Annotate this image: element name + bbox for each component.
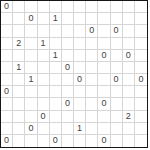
cell-r2c4[interactable] xyxy=(38,13,50,25)
slitherlink-board: 00100211001010000000201000 xyxy=(0,0,148,148)
cell-r3c2[interactable] xyxy=(13,25,25,37)
cell-r3c11[interactable] xyxy=(123,25,135,37)
clue-number: 1 xyxy=(53,14,58,23)
clue-number: 2 xyxy=(16,39,21,48)
cell-r7c7[interactable]: 0 xyxy=(74,74,86,86)
cell-r4c12[interactable] xyxy=(135,38,147,50)
clue-number: 0 xyxy=(4,2,9,11)
cell-r3c5[interactable] xyxy=(50,25,62,37)
cell-r10c5[interactable] xyxy=(50,111,62,123)
cell-r8c11[interactable] xyxy=(123,86,135,98)
cell-r3c8[interactable]: 0 xyxy=(86,25,98,37)
cell-r3c7[interactable] xyxy=(74,25,86,37)
cell-r9c6[interactable]: 0 xyxy=(62,98,74,110)
cell-r2c12[interactable] xyxy=(135,13,147,25)
cell-r11c1[interactable] xyxy=(1,123,13,135)
cell-r11c11[interactable] xyxy=(123,123,135,135)
cell-r8c7[interactable] xyxy=(74,86,86,98)
cell-r11c4[interactable] xyxy=(38,123,50,135)
cell-r10c4[interactable]: 0 xyxy=(38,111,50,123)
cell-r7c3[interactable]: 1 xyxy=(25,74,37,86)
cell-r1c11[interactable] xyxy=(123,1,135,13)
cell-r7c9[interactable] xyxy=(98,74,110,86)
cell-r12c10[interactable] xyxy=(111,135,123,147)
cell-r12c5[interactable]: 0 xyxy=(50,135,62,147)
cell-r1c8[interactable] xyxy=(86,1,98,13)
clue-number: 0 xyxy=(138,75,143,84)
cell-r6c8[interactable] xyxy=(86,62,98,74)
cell-r7c4[interactable] xyxy=(38,74,50,86)
clue-number: 0 xyxy=(114,26,119,35)
cell-r11c9[interactable] xyxy=(98,123,110,135)
cell-r1c7[interactable] xyxy=(74,1,86,13)
cell-r9c11[interactable] xyxy=(123,98,135,110)
cell-r10c10[interactable] xyxy=(111,111,123,123)
cell-r4c8[interactable] xyxy=(86,38,98,50)
cell-r11c12[interactable] xyxy=(135,123,147,135)
cell-r2c1[interactable] xyxy=(1,13,13,25)
cell-r4c2[interactable]: 2 xyxy=(13,38,25,50)
cell-r9c12[interactable] xyxy=(135,98,147,110)
cell-r4c11[interactable] xyxy=(123,38,135,50)
cell-r4c1[interactable] xyxy=(1,38,13,50)
cell-r8c6[interactable] xyxy=(62,86,74,98)
cell-r8c3[interactable] xyxy=(25,86,37,98)
cell-r3c9[interactable] xyxy=(98,25,110,37)
cell-r8c2[interactable] xyxy=(13,86,25,98)
cell-r7c11[interactable] xyxy=(123,74,135,86)
clue-number: 1 xyxy=(77,124,82,133)
cell-r3c6[interactable] xyxy=(62,25,74,37)
cell-r2c10[interactable] xyxy=(111,13,123,25)
clue-number: 1 xyxy=(41,39,46,48)
cell-r6c5[interactable] xyxy=(50,62,62,74)
cell-r5c10[interactable] xyxy=(111,50,123,62)
cell-r12c12[interactable] xyxy=(135,135,147,147)
clue-number: 2 xyxy=(126,112,131,121)
cell-r5c7[interactable] xyxy=(74,50,86,62)
cell-r3c12[interactable] xyxy=(135,25,147,37)
cell-r7c8[interactable] xyxy=(86,74,98,86)
cell-r6c9[interactable] xyxy=(98,62,110,74)
cell-r9c7[interactable] xyxy=(74,98,86,110)
cell-r11c6[interactable] xyxy=(62,123,74,135)
cell-r8c1[interactable]: 0 xyxy=(1,86,13,98)
clue-number: 0 xyxy=(28,124,33,133)
cell-r7c6[interactable] xyxy=(62,74,74,86)
cell-r4c10[interactable] xyxy=(111,38,123,50)
cell-r9c1[interactable] xyxy=(1,98,13,110)
clue-number: 0 xyxy=(89,26,94,35)
cell-r6c4[interactable] xyxy=(38,62,50,74)
cell-r5c2[interactable] xyxy=(13,50,25,62)
cell-r5c9[interactable]: 0 xyxy=(98,50,110,62)
cell-r4c4[interactable]: 1 xyxy=(38,38,50,50)
cell-r10c8[interactable] xyxy=(86,111,98,123)
cell-r9c2[interactable] xyxy=(13,98,25,110)
cell-r4c6[interactable] xyxy=(62,38,74,50)
cell-r4c5[interactable] xyxy=(50,38,62,50)
clue-number: 0 xyxy=(101,136,106,145)
cell-r7c10[interactable]: 0 xyxy=(111,74,123,86)
cell-r2c9[interactable] xyxy=(98,13,110,25)
cell-r6c3[interactable] xyxy=(25,62,37,74)
cell-r6c12[interactable] xyxy=(135,62,147,74)
cell-r6c6[interactable]: 0 xyxy=(62,62,74,74)
cell-r7c5[interactable] xyxy=(50,74,62,86)
cell-r12c7[interactable] xyxy=(74,135,86,147)
cell-r8c4[interactable] xyxy=(38,86,50,98)
cell-r10c12[interactable] xyxy=(135,111,147,123)
cell-r8c5[interactable] xyxy=(50,86,62,98)
cell-r3c3[interactable] xyxy=(25,25,37,37)
cell-r2c5[interactable]: 1 xyxy=(50,13,62,25)
cell-r5c1[interactable] xyxy=(1,50,13,62)
cell-r5c11[interactable]: 0 xyxy=(123,50,135,62)
cell-r12c11[interactable] xyxy=(123,135,135,147)
cell-r5c3[interactable] xyxy=(25,50,37,62)
clue-number: 0 xyxy=(114,75,119,84)
cell-r1c1[interactable]: 0 xyxy=(1,1,13,13)
cell-r8c8[interactable] xyxy=(86,86,98,98)
cell-r4c7[interactable] xyxy=(74,38,86,50)
clue-number: 0 xyxy=(77,75,82,84)
cell-r5c6[interactable] xyxy=(62,50,74,62)
cell-r12c1[interactable]: 0 xyxy=(1,135,13,147)
cell-r8c12[interactable] xyxy=(135,86,147,98)
cell-r2c6[interactable] xyxy=(62,13,74,25)
cell-r8c9[interactable] xyxy=(98,86,110,98)
cell-r1c3[interactable] xyxy=(25,1,37,13)
cell-r6c2[interactable]: 1 xyxy=(13,62,25,74)
cell-r10c2[interactable] xyxy=(13,111,25,123)
cell-r1c10[interactable] xyxy=(111,1,123,13)
clue-number: 0 xyxy=(53,136,58,145)
cell-r11c2[interactable] xyxy=(13,123,25,135)
clue-number: 0 xyxy=(65,63,70,72)
clue-number: 0 xyxy=(4,87,9,96)
cell-r9c8[interactable] xyxy=(86,98,98,110)
cell-r11c5[interactable] xyxy=(50,123,62,135)
cell-r12c4[interactable] xyxy=(38,135,50,147)
cell-r11c7[interactable]: 1 xyxy=(74,123,86,135)
cell-r1c9[interactable] xyxy=(98,1,110,13)
cell-r3c4[interactable] xyxy=(38,25,50,37)
cell-r12c6[interactable] xyxy=(62,135,74,147)
cell-r3c10[interactable]: 0 xyxy=(111,25,123,37)
cell-r10c3[interactable] xyxy=(25,111,37,123)
cell-r1c2[interactable] xyxy=(13,1,25,13)
cell-r6c11[interactable] xyxy=(123,62,135,74)
cell-r7c12[interactable]: 0 xyxy=(135,74,147,86)
cell-r10c11[interactable]: 2 xyxy=(123,111,135,123)
clue-number: 1 xyxy=(53,51,58,60)
cell-r8c10[interactable] xyxy=(111,86,123,98)
cell-r7c1[interactable] xyxy=(1,74,13,86)
cell-r9c5[interactable] xyxy=(50,98,62,110)
cell-r9c10[interactable] xyxy=(111,98,123,110)
cell-r1c5[interactable] xyxy=(50,1,62,13)
cell-r2c3[interactable]: 0 xyxy=(25,13,37,25)
cell-r6c1[interactable] xyxy=(1,62,13,74)
cell-r1c6[interactable] xyxy=(62,1,74,13)
cell-r11c8[interactable] xyxy=(86,123,98,135)
cell-r9c3[interactable] xyxy=(25,98,37,110)
cell-r2c11[interactable] xyxy=(123,13,135,25)
cell-r1c12[interactable] xyxy=(135,1,147,13)
cell-r2c2[interactable] xyxy=(13,13,25,25)
cell-r6c7[interactable] xyxy=(74,62,86,74)
cell-r10c9[interactable] xyxy=(98,111,110,123)
clue-number: 1 xyxy=(16,63,21,72)
clue-number: 0 xyxy=(126,51,131,60)
cell-r10c1[interactable] xyxy=(1,111,13,123)
cell-r12c8[interactable] xyxy=(86,135,98,147)
cell-r11c10[interactable] xyxy=(111,123,123,135)
cell-r12c2[interactable] xyxy=(13,135,25,147)
clue-number: 0 xyxy=(4,136,9,145)
cell-r5c8[interactable] xyxy=(86,50,98,62)
cell-r6c10[interactable] xyxy=(111,62,123,74)
clue-number: 1 xyxy=(28,75,33,84)
cell-r2c8[interactable] xyxy=(86,13,98,25)
cell-r4c9[interactable] xyxy=(98,38,110,50)
cell-r1c4[interactable] xyxy=(38,1,50,13)
cell-r9c4[interactable] xyxy=(38,98,50,110)
clue-number: 0 xyxy=(101,99,106,108)
clue-number: 0 xyxy=(41,112,46,121)
clue-number: 0 xyxy=(101,51,106,60)
cell-r11c3[interactable]: 0 xyxy=(25,123,37,135)
cell-r5c12[interactable] xyxy=(135,50,147,62)
cell-r10c7[interactable] xyxy=(74,111,86,123)
cell-r9c9[interactable]: 0 xyxy=(98,98,110,110)
cell-r3c1[interactable] xyxy=(1,25,13,37)
cell-r12c9[interactable]: 0 xyxy=(98,135,110,147)
clue-number: 0 xyxy=(28,14,33,23)
cell-r2c7[interactable] xyxy=(74,13,86,25)
cell-r12c3[interactable] xyxy=(25,135,37,147)
clue-number: 0 xyxy=(65,99,70,108)
cell-r5c4[interactable] xyxy=(38,50,50,62)
cell-r7c2[interactable] xyxy=(13,74,25,86)
cell-r10c6[interactable] xyxy=(62,111,74,123)
cell-r5c5[interactable]: 1 xyxy=(50,50,62,62)
cell-r4c3[interactable] xyxy=(25,38,37,50)
